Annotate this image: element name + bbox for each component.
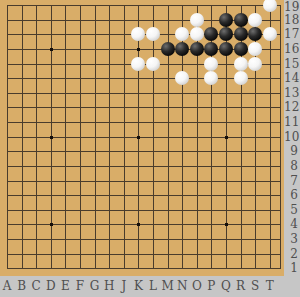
row-label-13: 13: [284, 86, 299, 100]
black-stone[interactable]: [161, 42, 175, 56]
column-label-B: B: [15, 279, 29, 295]
white-stone[interactable]: [234, 71, 248, 85]
white-stone[interactable]: [204, 57, 218, 71]
column-label-H: H: [102, 279, 116, 295]
row-label-17: 17: [284, 27, 299, 41]
column-label-N: N: [175, 279, 189, 295]
row-label-2: 2: [284, 247, 299, 261]
row-label-18: 18: [284, 13, 299, 27]
black-stone[interactable]: [234, 13, 248, 27]
star-point: [137, 48, 140, 51]
column-label-R: R: [234, 279, 248, 295]
black-stone[interactable]: [219, 27, 233, 41]
column-label-G: G: [88, 279, 102, 295]
row-label-10: 10: [284, 130, 299, 144]
row-label-7: 7: [284, 174, 299, 188]
white-stone[interactable]: [248, 13, 262, 27]
row-label-14: 14: [284, 71, 299, 85]
column-label-L: L: [146, 279, 160, 295]
white-stone[interactable]: [146, 57, 160, 71]
star-point: [50, 48, 53, 51]
white-stone[interactable]: [175, 27, 189, 41]
black-stone[interactable]: [175, 42, 189, 56]
black-stone[interactable]: [204, 42, 218, 56]
white-stone[interactable]: [190, 27, 204, 41]
grid-line-vertical: [153, 5, 154, 269]
column-label-C: C: [29, 279, 43, 295]
white-stone[interactable]: [248, 57, 262, 71]
star-point: [225, 223, 228, 226]
star-point: [137, 223, 140, 226]
white-stone[interactable]: [234, 57, 248, 71]
white-stone[interactable]: [263, 27, 277, 41]
column-label-M: M: [161, 279, 175, 295]
column-label-F: F: [73, 279, 87, 295]
grid-line-horizontal: [7, 268, 281, 269]
column-label-A: A: [0, 279, 14, 295]
black-stone[interactable]: [219, 42, 233, 56]
row-label-8: 8: [284, 159, 299, 173]
star-point: [225, 136, 228, 139]
white-stone[interactable]: [131, 27, 145, 41]
column-label-S: S: [248, 279, 262, 295]
board-edge-line: [280, 5, 281, 269]
black-stone[interactable]: [219, 13, 233, 27]
row-label-6: 6: [284, 188, 299, 202]
column-label-Q: Q: [219, 279, 233, 295]
black-stone[interactable]: [234, 42, 248, 56]
white-stone[interactable]: [204, 71, 218, 85]
grid-line-vertical: [270, 5, 271, 269]
row-label-12: 12: [284, 100, 299, 114]
white-stone[interactable]: [190, 13, 204, 27]
row-label-4: 4: [284, 217, 299, 231]
grid-line-horizontal: [7, 239, 281, 240]
go-board[interactable]: [0, 0, 284, 276]
row-label-9: 9: [284, 144, 299, 158]
go-client-screenshot: ABCDEFGHJKLMNOPQRST 19181716151413121110…: [0, 0, 300, 297]
row-label-16: 16: [284, 42, 299, 56]
row-label-3: 3: [284, 232, 299, 246]
black-stone[interactable]: [190, 42, 204, 56]
row-label-5: 5: [284, 203, 299, 217]
black-stone[interactable]: [248, 27, 262, 41]
column-label-D: D: [44, 279, 58, 295]
black-stone[interactable]: [204, 27, 218, 41]
white-stone[interactable]: [131, 57, 145, 71]
star-point: [50, 136, 53, 139]
row-label-1: 1: [284, 261, 299, 275]
column-label-J: J: [117, 279, 131, 295]
white-stone[interactable]: [248, 42, 262, 56]
grid-line-horizontal: [7, 254, 281, 255]
white-stone[interactable]: [263, 0, 277, 12]
star-point: [137, 136, 140, 139]
black-stone[interactable]: [234, 27, 248, 41]
column-label-P: P: [204, 279, 218, 295]
column-label-O: O: [190, 279, 204, 295]
white-stone[interactable]: [175, 71, 189, 85]
column-label-T: T: [263, 279, 277, 295]
column-label-K: K: [131, 279, 145, 295]
row-label-15: 15: [284, 57, 299, 71]
row-label-11: 11: [284, 115, 299, 129]
column-label-E: E: [58, 279, 72, 295]
white-stone[interactable]: [146, 27, 160, 41]
star-point: [50, 223, 53, 226]
